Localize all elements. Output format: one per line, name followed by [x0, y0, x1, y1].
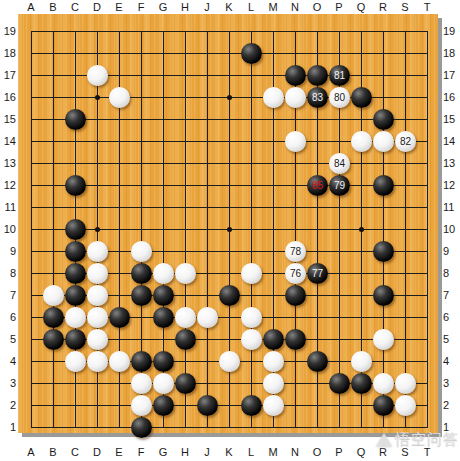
coord-label-right-8: 8 — [443, 267, 460, 280]
coord-label-left-11: 11 — [0, 201, 16, 214]
move-number-79: 79 — [334, 181, 345, 191]
coord-label-left-1: 1 — [0, 421, 16, 434]
coord-label-bottom-G: G — [155, 446, 171, 459]
grid-line-vertical-L — [251, 31, 252, 428]
star-point-D16 — [95, 95, 100, 100]
coord-label-left-3: 3 — [0, 377, 16, 390]
coord-label-top-O: O — [309, 1, 325, 14]
coord-label-top-C: C — [67, 1, 83, 14]
coord-label-right-15: 15 — [443, 113, 460, 126]
coord-label-top-S: S — [397, 1, 413, 14]
go-diagram-screenshot: 81838082848579787677AABBCCDDEEFFGGHHJJKK… — [0, 0, 460, 461]
coord-label-top-F: F — [133, 1, 149, 14]
coord-label-right-10: 10 — [443, 223, 460, 236]
coord-label-top-G: G — [155, 1, 171, 14]
coord-label-top-T: T — [419, 1, 435, 14]
move-number-81: 81 — [334, 71, 345, 81]
coord-label-right-7: 7 — [443, 289, 460, 302]
coord-label-bottom-E: E — [111, 446, 127, 459]
coord-label-left-12: 12 — [0, 179, 16, 192]
coord-label-top-P: P — [331, 1, 347, 14]
coord-label-bottom-C: C — [67, 446, 83, 459]
coord-label-bottom-M: M — [265, 446, 281, 459]
coord-label-left-4: 4 — [0, 355, 16, 368]
move-number-80: 80 — [334, 93, 345, 103]
coord-label-top-Q: Q — [353, 1, 369, 14]
star-point-D10 — [95, 227, 100, 232]
grid-line-vertical-R — [383, 31, 384, 428]
coord-label-top-B: B — [45, 1, 61, 14]
coord-label-left-5: 5 — [0, 333, 16, 346]
coord-label-right-11: 11 — [443, 201, 460, 214]
grid-line-vertical-T — [427, 31, 428, 428]
coord-label-left-14: 14 — [0, 135, 16, 148]
coord-label-bottom-B: B — [45, 446, 61, 459]
coord-label-top-L: L — [243, 1, 259, 14]
coord-label-right-6: 6 — [443, 311, 460, 324]
coord-label-top-E: E — [111, 1, 127, 14]
move-number-83: 83 — [312, 93, 323, 103]
coord-label-right-19: 19 — [443, 25, 460, 38]
coord-label-bottom-Q: Q — [353, 446, 369, 459]
star-point-K16 — [227, 95, 232, 100]
coord-label-bottom-A: A — [23, 446, 39, 459]
coord-label-left-16: 16 — [0, 91, 16, 104]
coord-label-top-M: M — [265, 1, 281, 14]
move-number-77: 77 — [312, 269, 323, 279]
coord-label-bottom-O: O — [309, 446, 325, 459]
move-number-82: 82 — [400, 137, 411, 147]
coord-label-right-2: 2 — [443, 399, 460, 412]
coord-label-bottom-J: J — [199, 446, 215, 459]
star-point-Q10 — [359, 227, 364, 232]
grid-line-vertical-S — [405, 31, 406, 428]
coord-label-right-16: 16 — [443, 91, 460, 104]
coord-label-right-14: 14 — [443, 135, 460, 148]
coord-label-left-17: 17 — [0, 69, 16, 82]
coord-label-left-9: 9 — [0, 245, 16, 258]
coord-label-right-18: 18 — [443, 47, 460, 60]
coord-label-bottom-K: K — [221, 446, 237, 459]
move-number-78: 78 — [290, 247, 301, 257]
coord-label-right-13: 13 — [443, 157, 460, 170]
coord-label-top-N: N — [287, 1, 303, 14]
move-number-85: 85 — [312, 181, 323, 191]
coord-label-right-4: 4 — [443, 355, 460, 368]
grid-line-horizontal-2 — [31, 405, 428, 406]
coord-label-top-R: R — [375, 1, 391, 14]
coord-label-right-9: 9 — [443, 245, 460, 258]
coord-label-right-17: 17 — [443, 69, 460, 82]
stone-black-F1 — [131, 417, 153, 439]
grid-line-horizontal-1 — [31, 427, 428, 428]
coord-label-bottom-H: H — [177, 446, 193, 459]
coord-label-left-8: 8 — [0, 267, 16, 280]
coord-label-top-K: K — [221, 1, 237, 14]
move-number-76: 76 — [290, 269, 301, 279]
coord-label-left-6: 6 — [0, 311, 16, 324]
coord-label-left-10: 10 — [0, 223, 16, 236]
coord-label-left-15: 15 — [0, 113, 16, 126]
coord-label-left-18: 18 — [0, 47, 16, 60]
coord-label-top-J: J — [199, 1, 215, 14]
watermark: 悟空问答 — [376, 430, 459, 449]
star-point-K10 — [227, 227, 232, 232]
coord-label-left-19: 19 — [0, 25, 16, 38]
coord-label-right-3: 3 — [443, 377, 460, 390]
coord-label-bottom-F: F — [133, 446, 149, 459]
coord-label-top-A: A — [23, 1, 39, 14]
coord-label-top-D: D — [89, 1, 105, 14]
watermark-text: 悟空问答 — [395, 430, 459, 449]
coord-label-right-12: 12 — [443, 179, 460, 192]
coord-label-bottom-P: P — [331, 446, 347, 459]
mountain-triangle-icon — [376, 433, 392, 446]
coord-label-top-H: H — [177, 1, 193, 14]
coord-label-right-5: 5 — [443, 333, 460, 346]
move-number-84: 84 — [334, 159, 345, 169]
coord-label-bottom-N: N — [287, 446, 303, 459]
coord-label-bottom-D: D — [89, 446, 105, 459]
coord-label-bottom-L: L — [243, 446, 259, 459]
coord-label-left-13: 13 — [0, 157, 16, 170]
coord-label-left-2: 2 — [0, 399, 16, 412]
coord-label-left-7: 7 — [0, 289, 16, 302]
